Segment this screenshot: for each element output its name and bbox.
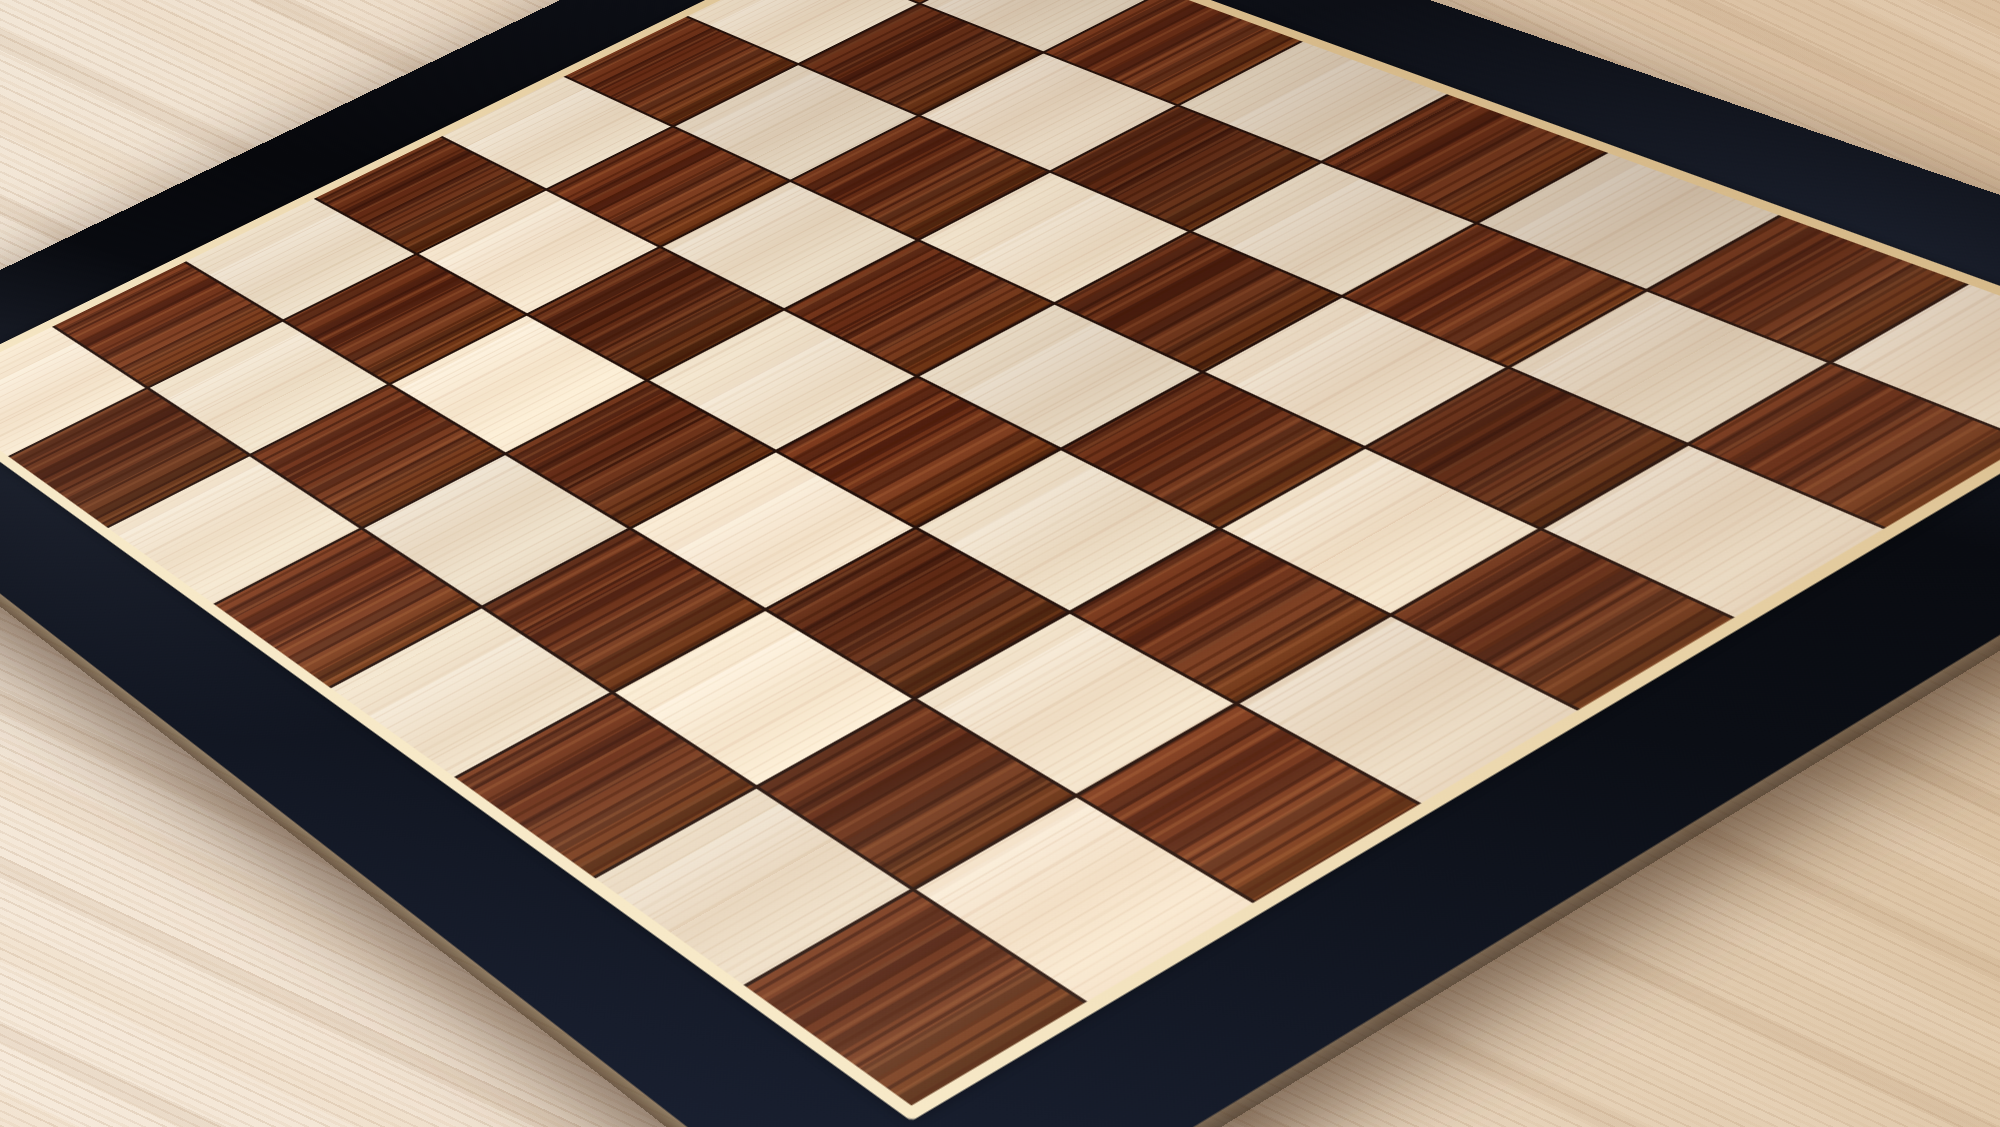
chess-board xyxy=(0,0,2000,1127)
board-shadow xyxy=(0,0,2000,1127)
photo-scene xyxy=(0,0,2000,1127)
